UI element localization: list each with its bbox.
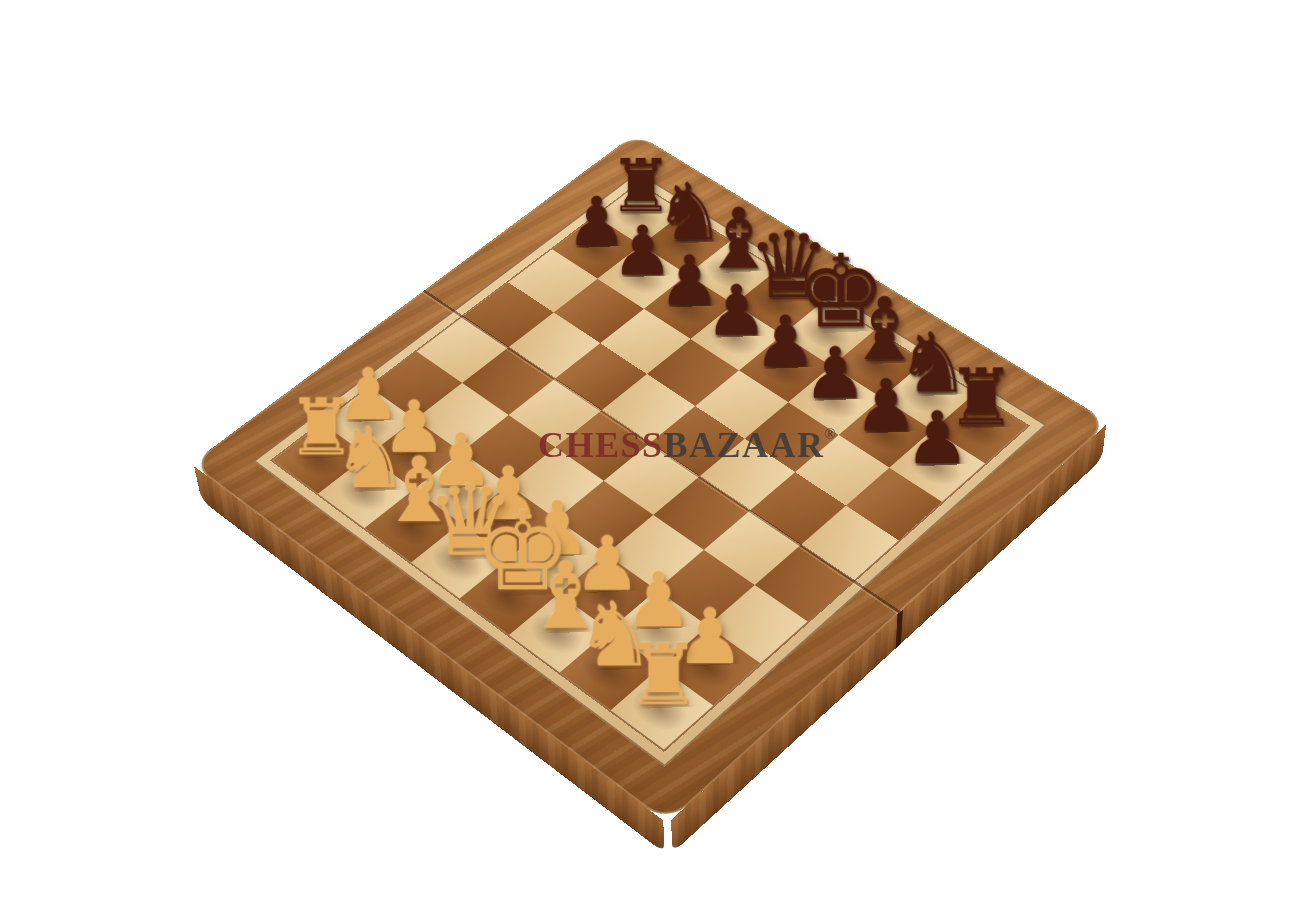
board-scene: ♜♞♝♛♚♝♞♜♟♟♟♟♟♟♟♟♟♟♟♟♟♟♟♟♜♞♝♛♚♝♞♜ [0,0,1300,900]
folding-chess-box: ♜♞♝♛♚♝♞♜♟♟♟♟♟♟♟♟♟♟♟♟♟♟♟♟♜♞♝♛♚♝♞♜ [191,133,1109,823]
square-e5[interactable] [650,406,744,476]
piece-white-rook-h1[interactable]: ♜ [626,637,698,714]
square-h1[interactable]: ♜ [611,668,713,750]
board-border-inlay: ♜♞♝♛♚♝♞♜♟♟♟♟♟♟♟♟♟♟♟♟♟♟♟♟♜♞♝♛♚♝♞♜ [253,172,1047,767]
square-d5[interactable] [602,374,695,443]
chess-board: ♜♞♝♛♚♝♞♜♟♟♟♟♟♟♟♟♟♟♟♟♟♟♟♟♜♞♝♛♚♝♞♜ [273,184,1027,749]
product-photo-canvas: ♜♞♝♛♚♝♞♜♟♟♟♟♟♟♟♟♟♟♟♟♟♟♟♟♜♞♝♛♚♝♞♜ CHESSBA… [0,0,1300,900]
square-h7[interactable]: ♟ [890,430,985,501]
piece-black-pawn-h7[interactable]: ♟ [904,405,971,472]
